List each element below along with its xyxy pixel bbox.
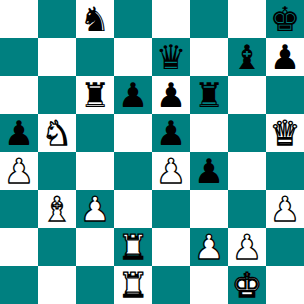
square-b4[interactable] [38, 152, 76, 190]
square-h3[interactable]: ♟ [266, 190, 304, 228]
square-c1[interactable] [76, 266, 114, 304]
square-b6[interactable] [38, 76, 76, 114]
piece-white-bishop[interactable]: ♝ [42, 190, 72, 228]
square-c5[interactable] [76, 114, 114, 152]
piece-black-pawn[interactable]: ♟ [270, 38, 300, 76]
piece-white-pawn[interactable]: ♟ [270, 190, 300, 228]
square-f6[interactable]: ♜ [190, 76, 228, 114]
square-e8[interactable] [152, 0, 190, 38]
square-b1[interactable] [38, 266, 76, 304]
square-g1[interactable]: ♚ [228, 266, 266, 304]
square-d4[interactable] [114, 152, 152, 190]
square-e2[interactable] [152, 228, 190, 266]
piece-white-knight[interactable]: ♞ [42, 114, 72, 152]
square-a6[interactable] [0, 76, 38, 114]
square-a2[interactable] [0, 228, 38, 266]
piece-black-pawn[interactable]: ♟ [156, 114, 186, 152]
piece-white-king[interactable]: ♚ [232, 266, 262, 304]
square-d8[interactable] [114, 0, 152, 38]
square-a5[interactable]: ♟ [0, 114, 38, 152]
square-b7[interactable] [38, 38, 76, 76]
piece-black-pawn[interactable]: ♟ [194, 152, 224, 190]
square-g8[interactable] [228, 0, 266, 38]
square-b8[interactable] [38, 0, 76, 38]
piece-black-rook[interactable]: ♜ [80, 76, 110, 114]
square-a7[interactable] [0, 38, 38, 76]
square-c2[interactable] [76, 228, 114, 266]
square-g6[interactable] [228, 76, 266, 114]
square-f4[interactable]: ♟ [190, 152, 228, 190]
square-h1[interactable] [266, 266, 304, 304]
square-d2[interactable]: ♜ [114, 228, 152, 266]
square-d5[interactable] [114, 114, 152, 152]
square-h6[interactable] [266, 76, 304, 114]
square-d3[interactable] [114, 190, 152, 228]
square-h5[interactable]: ♛ [266, 114, 304, 152]
square-e6[interactable]: ♟ [152, 76, 190, 114]
square-e1[interactable] [152, 266, 190, 304]
piece-black-pawn[interactable]: ♟ [156, 76, 186, 114]
piece-white-pawn[interactable]: ♟ [4, 152, 34, 190]
square-h2[interactable] [266, 228, 304, 266]
square-d1[interactable]: ♜ [114, 266, 152, 304]
square-d6[interactable]: ♟ [114, 76, 152, 114]
square-c8[interactable]: ♞ [76, 0, 114, 38]
square-b5[interactable]: ♞ [38, 114, 76, 152]
chess-board: ♞♚♛♝♟♜♟♟♜♟♞♟♛♟♟♟♝♟♟♜♟♟♜♚ [0, 0, 304, 304]
square-d7[interactable] [114, 38, 152, 76]
piece-white-queen[interactable]: ♛ [270, 114, 300, 152]
square-b2[interactable] [38, 228, 76, 266]
square-f5[interactable] [190, 114, 228, 152]
piece-white-pawn[interactable]: ♟ [156, 152, 186, 190]
piece-black-king[interactable]: ♚ [270, 0, 300, 38]
piece-black-rook[interactable]: ♜ [194, 76, 224, 114]
piece-black-queen[interactable]: ♛ [156, 38, 186, 76]
square-f2[interactable]: ♟ [190, 228, 228, 266]
square-c7[interactable] [76, 38, 114, 76]
square-h7[interactable]: ♟ [266, 38, 304, 76]
square-e4[interactable]: ♟ [152, 152, 190, 190]
square-g5[interactable] [228, 114, 266, 152]
piece-white-pawn[interactable]: ♟ [80, 190, 110, 228]
square-b3[interactable]: ♝ [38, 190, 76, 228]
square-g3[interactable] [228, 190, 266, 228]
square-e3[interactable] [152, 190, 190, 228]
piece-white-pawn[interactable]: ♟ [232, 228, 262, 266]
square-c3[interactable]: ♟ [76, 190, 114, 228]
piece-white-rook[interactable]: ♜ [118, 266, 148, 304]
piece-white-rook[interactable]: ♜ [118, 228, 148, 266]
square-f8[interactable] [190, 0, 228, 38]
square-g4[interactable] [228, 152, 266, 190]
square-h8[interactable]: ♚ [266, 0, 304, 38]
square-h4[interactable] [266, 152, 304, 190]
square-g2[interactable]: ♟ [228, 228, 266, 266]
square-e7[interactable]: ♛ [152, 38, 190, 76]
square-c6[interactable]: ♜ [76, 76, 114, 114]
piece-white-pawn[interactable]: ♟ [194, 228, 224, 266]
piece-black-pawn[interactable]: ♟ [4, 114, 34, 152]
square-f7[interactable] [190, 38, 228, 76]
square-a3[interactable] [0, 190, 38, 228]
square-a4[interactable]: ♟ [0, 152, 38, 190]
piece-black-pawn[interactable]: ♟ [118, 76, 148, 114]
square-a1[interactable] [0, 266, 38, 304]
piece-black-knight[interactable]: ♞ [80, 0, 110, 38]
piece-black-bishop[interactable]: ♝ [232, 38, 262, 76]
square-f1[interactable] [190, 266, 228, 304]
square-g7[interactable]: ♝ [228, 38, 266, 76]
square-c4[interactable] [76, 152, 114, 190]
square-e5[interactable]: ♟ [152, 114, 190, 152]
square-f3[interactable] [190, 190, 228, 228]
square-a8[interactable] [0, 0, 38, 38]
